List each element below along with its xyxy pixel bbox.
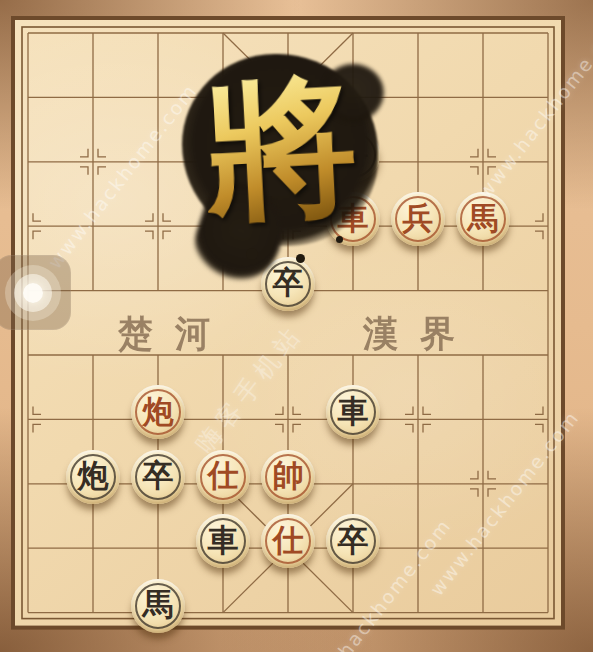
- piece-glyph: 卒: [143, 460, 174, 491]
- river-label-right: 漢界: [363, 310, 477, 359]
- piece-glyph: 車: [338, 203, 369, 234]
- piece-glyph: 馬: [143, 589, 174, 620]
- piece-glyph: 車: [338, 396, 369, 427]
- piece-glyph: 卒: [273, 267, 304, 298]
- piece-glyph: 仕: [208, 460, 239, 491]
- piece-glyph: 炮: [78, 460, 109, 491]
- piece-red-仕[interactable]: 仕: [261, 514, 315, 568]
- floating-assist-button[interactable]: [0, 255, 71, 330]
- piece-black-炮[interactable]: 炮: [66, 450, 120, 504]
- piece-glyph: 卒: [338, 525, 369, 556]
- piece-red-仕[interactable]: 仕: [196, 450, 250, 504]
- piece-glyph: 馬: [208, 138, 239, 169]
- piece-red-馬[interactable]: 馬: [456, 192, 510, 246]
- piece-glyph: 帥: [273, 460, 304, 491]
- piece-glyph: 兵: [403, 203, 434, 234]
- piece-black-將[interactable]: 將: [326, 128, 380, 182]
- piece-red-帥[interactable]: 帥: [261, 450, 315, 504]
- game-screen: 楚河 漢界 士馬將車兵馬卒炮車炮卒仕帥車仕卒馬 將 www.hackhome.c…: [0, 0, 593, 652]
- piece-black-車[interactable]: 車: [196, 514, 250, 568]
- piece-black-卒[interactable]: 卒: [131, 450, 185, 504]
- assist-button-core: [23, 283, 43, 303]
- piece-glyph: 將: [338, 138, 369, 169]
- piece-glyph: 士: [273, 74, 304, 105]
- piece-black-士[interactable]: 士: [261, 63, 315, 117]
- piece-red-車[interactable]: 車: [326, 192, 380, 246]
- piece-red-兵[interactable]: 兵: [391, 192, 445, 246]
- piece-black-卒[interactable]: 卒: [261, 257, 315, 311]
- piece-black-馬[interactable]: 馬: [196, 128, 250, 182]
- piece-black-馬[interactable]: 馬: [131, 579, 185, 633]
- piece-glyph: 炮: [143, 396, 174, 427]
- piece-black-卒[interactable]: 卒: [326, 514, 380, 568]
- piece-glyph: 仕: [273, 525, 304, 556]
- piece-glyph: 馬: [468, 203, 499, 234]
- river-label-left: 楚河: [118, 310, 232, 359]
- piece-black-車[interactable]: 車: [326, 385, 380, 439]
- piece-glyph: 車: [208, 525, 239, 556]
- piece-red-炮[interactable]: 炮: [131, 385, 185, 439]
